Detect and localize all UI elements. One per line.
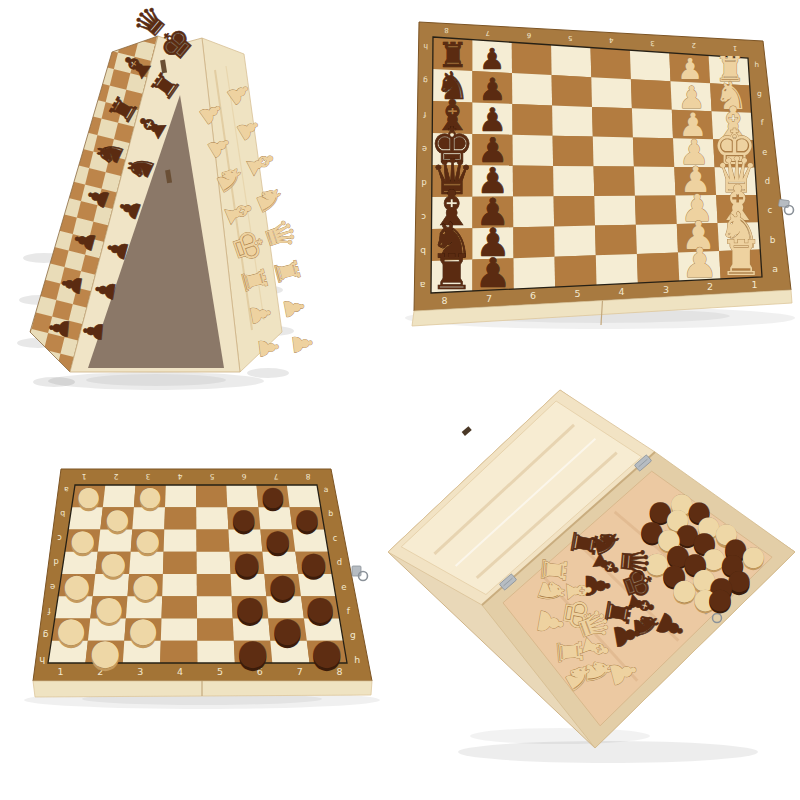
checker-piece: ● bbox=[77, 480, 100, 511]
checker-piece: ● bbox=[233, 545, 260, 580]
checker-piece: ● bbox=[56, 609, 86, 649]
coordinate-label: f bbox=[761, 118, 764, 127]
checker-piece: ● bbox=[105, 502, 129, 535]
coordinate-label: g bbox=[423, 76, 428, 85]
board-square bbox=[161, 619, 198, 641]
board-square bbox=[196, 530, 229, 552]
coordinate-label: d bbox=[765, 176, 770, 186]
board-square bbox=[197, 574, 232, 596]
board-square bbox=[197, 552, 231, 574]
checker-piece: ● bbox=[232, 502, 256, 535]
coordinate-label: a bbox=[772, 263, 778, 274]
board-square bbox=[512, 104, 552, 136]
board-square bbox=[551, 45, 591, 77]
board-square bbox=[514, 257, 556, 289]
coordinate-label: 4 bbox=[619, 286, 625, 297]
shadow bbox=[458, 741, 758, 763]
checker-piece: ● bbox=[295, 502, 319, 535]
board-square bbox=[197, 641, 235, 663]
coordinate-label: g bbox=[43, 630, 49, 640]
checker-piece: ● bbox=[132, 567, 160, 603]
coordinate-label: d bbox=[421, 178, 426, 188]
board-square bbox=[163, 552, 197, 574]
board-square bbox=[554, 196, 595, 227]
folded-board-view: ♚♛♜♝♝♜♞♞♟♟♟♟♟♟♟♟♟♟♟♟♞♝♝♞♚♛♜♜♟♟♟♟ bbox=[17, 0, 319, 390]
product-photo-canvas: ♚♛♜♝♝♜♞♞♟♟♟♟♟♟♟♟♟♟♟♟♞♝♝♞♚♛♜♜♟♟♟♟ 8877665… bbox=[0, 0, 800, 800]
coordinate-label: g bbox=[757, 89, 762, 98]
checker-piece: ● bbox=[306, 588, 335, 627]
checker-piece: ● bbox=[70, 523, 95, 557]
coordinate-label: 3 bbox=[137, 666, 143, 677]
coordinate-label: h bbox=[354, 654, 360, 665]
coordinate-label: 1 bbox=[57, 666, 63, 677]
coordinate-label: 4 bbox=[177, 472, 182, 481]
board-square bbox=[513, 227, 554, 259]
board-square bbox=[593, 137, 634, 167]
board-square bbox=[160, 641, 197, 663]
checker-piece: ● bbox=[128, 609, 158, 649]
chess-piece: ♟ bbox=[286, 331, 319, 357]
board-square bbox=[197, 596, 233, 618]
board-square bbox=[592, 107, 633, 138]
board-square bbox=[596, 254, 638, 285]
board-square bbox=[591, 48, 631, 80]
coordinate-label: 5 bbox=[568, 34, 572, 42]
board-square bbox=[196, 507, 228, 529]
checker-piece: ● bbox=[63, 567, 91, 603]
coordinate-label: e bbox=[422, 144, 427, 154]
chess-piece: ♟ bbox=[479, 42, 505, 76]
chess-piece: ♟ bbox=[475, 249, 511, 297]
checker-piece: ● bbox=[269, 567, 297, 603]
board-square bbox=[631, 79, 672, 110]
coordinate-label: h bbox=[424, 42, 429, 51]
shadow bbox=[86, 374, 226, 386]
board-square bbox=[197, 619, 234, 641]
chess-piece: ♟ bbox=[77, 318, 109, 343]
coordinate-label: a bbox=[64, 485, 69, 494]
checker-piece: ● bbox=[100, 545, 127, 580]
piece-shadow bbox=[247, 368, 289, 378]
coordinate-label: f bbox=[423, 110, 426, 119]
board-square bbox=[553, 136, 594, 167]
coordinate-label: 4 bbox=[177, 666, 183, 677]
scene-svg: ♚♛♜♝♝♜♞♞♟♟♟♟♟♟♟♟♟♟♟♟♞♝♝♞♚♛♜♜♟♟♟♟ 8877665… bbox=[0, 0, 800, 800]
coordinate-label: 2 bbox=[113, 472, 118, 481]
coordinate-label: d bbox=[337, 557, 342, 567]
board-square bbox=[594, 166, 635, 196]
board-square bbox=[162, 574, 197, 596]
board-square bbox=[513, 196, 554, 227]
chess-piece: ♜ bbox=[720, 230, 763, 286]
coordinate-label: 3 bbox=[663, 284, 669, 295]
board-square bbox=[512, 73, 552, 105]
checker-piece: ● bbox=[265, 523, 290, 557]
coordinate-label: a bbox=[420, 280, 426, 291]
checker-piece: ● bbox=[95, 588, 124, 627]
coordinate-label: h bbox=[39, 655, 45, 666]
checker-piece: ● bbox=[235, 588, 264, 627]
coordinate-label: c bbox=[333, 533, 337, 543]
board-square bbox=[637, 253, 679, 284]
storage-box-view: ●●●●●●●●●●●●●●●●●●●●●●●●●●●●●●●●●●●●●●●●… bbox=[388, 390, 795, 763]
coordinate-label: e bbox=[762, 147, 767, 157]
shadow bbox=[470, 728, 650, 744]
chess-piece: ♟ bbox=[277, 294, 311, 322]
open-chess-board-view: 8877665544332211hhggffeeddccbbaa♜♟♟♜♞♟♟♞… bbox=[405, 22, 795, 329]
coordinate-label: c bbox=[768, 205, 773, 215]
coordinate-label: 6 bbox=[241, 472, 246, 481]
coordinate-label: b bbox=[60, 509, 65, 518]
coordinate-label: 7 bbox=[486, 29, 490, 37]
chess-piece: ♟ bbox=[682, 239, 718, 287]
coordinate-label: c bbox=[57, 533, 61, 543]
checker-piece: ● bbox=[261, 480, 284, 511]
board-square bbox=[513, 135, 554, 166]
coordinate-label: 4 bbox=[609, 36, 614, 44]
board-square bbox=[630, 50, 671, 81]
checkers-board-view: 1122334455667788aabbccddeeffgghh●●●●●●●●… bbox=[24, 469, 380, 709]
checker-piece: ● bbox=[90, 631, 121, 672]
coordinate-label: 6 bbox=[530, 290, 536, 301]
coordinate-label: 8 bbox=[444, 26, 448, 34]
checker-piece: ● bbox=[138, 480, 161, 511]
board-square bbox=[636, 224, 678, 254]
board-square bbox=[552, 105, 593, 136]
lid-latch-icon bbox=[462, 426, 472, 436]
board-square bbox=[555, 255, 597, 287]
chess-piece: ♟ bbox=[253, 335, 286, 361]
coordinate-label: g bbox=[350, 630, 356, 640]
chess-piece: ♜ bbox=[430, 244, 473, 300]
coordinate-label: a bbox=[324, 485, 329, 494]
checker-piece: ● bbox=[237, 631, 268, 672]
checker-piece: ● bbox=[300, 545, 327, 580]
board-square bbox=[512, 42, 552, 75]
coordinate-label: 5 bbox=[209, 472, 214, 481]
clasp-icon bbox=[352, 566, 361, 576]
coordinate-label: e bbox=[341, 582, 346, 592]
board-square bbox=[552, 75, 592, 107]
coordinate-label: b bbox=[328, 509, 333, 518]
coordinate-label: c bbox=[421, 212, 426, 222]
coordinate-label: 5 bbox=[574, 288, 580, 299]
coordinate-label: 3 bbox=[650, 39, 654, 47]
piece-shadow bbox=[33, 377, 75, 387]
board-square bbox=[635, 195, 677, 224]
board-square bbox=[595, 225, 637, 256]
checker-piece: ● bbox=[708, 582, 733, 615]
board-square bbox=[634, 167, 676, 196]
coordinate-label: 6 bbox=[526, 31, 531, 39]
coordinate-label: 5 bbox=[217, 666, 223, 677]
board-square bbox=[513, 166, 554, 197]
board-square bbox=[632, 108, 673, 138]
board-square bbox=[196, 485, 227, 507]
coordinate-label: 2 bbox=[691, 41, 695, 49]
board-square bbox=[633, 138, 674, 167]
clasp-ring-icon bbox=[785, 206, 794, 215]
board-square bbox=[591, 77, 632, 108]
board-square bbox=[594, 196, 636, 226]
board-square bbox=[164, 530, 197, 552]
checker-piece: ● bbox=[311, 631, 342, 672]
coordinate-label: h bbox=[755, 60, 760, 69]
coordinate-label: d bbox=[53, 557, 58, 567]
board-square bbox=[162, 596, 198, 618]
checker-piece: ● bbox=[135, 523, 160, 557]
board-square bbox=[165, 485, 196, 507]
chess-piece: ♜ bbox=[267, 254, 308, 289]
board-square bbox=[554, 226, 596, 257]
chess-piece: ♟ bbox=[43, 315, 75, 340]
coordinate-label: 7 bbox=[297, 666, 303, 677]
checker-piece: ● bbox=[272, 609, 302, 649]
board-square bbox=[553, 166, 594, 196]
coordinate-label: b bbox=[770, 235, 776, 245]
board-square bbox=[164, 507, 196, 529]
coordinate-label: e bbox=[50, 582, 55, 592]
coordinate-label: b bbox=[420, 246, 426, 256]
coordinate-label: 8 bbox=[305, 472, 310, 481]
